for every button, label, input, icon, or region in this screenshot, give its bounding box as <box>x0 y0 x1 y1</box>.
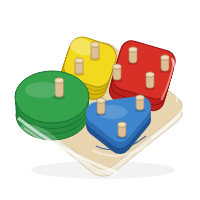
toy-product-photo: Overhead product photo of a wooden Monte… <box>0 0 200 200</box>
green-shine <box>25 82 59 98</box>
wooden-peg <box>112 64 122 82</box>
wooden-peg <box>135 95 145 112</box>
wooden-peg <box>74 58 85 76</box>
wooden-peg <box>128 47 138 65</box>
peg-head <box>161 55 169 60</box>
wooden-peg <box>53 78 65 100</box>
peg-head <box>113 64 121 69</box>
wooden-peg <box>90 42 101 61</box>
peg-head <box>129 47 137 52</box>
peg-head <box>97 98 105 103</box>
shape-sorter-scene: Overhead product photo of a wooden Monte… <box>0 0 200 200</box>
wooden-peg <box>145 72 155 90</box>
wooden-peg <box>96 98 106 116</box>
peg-head <box>118 122 126 127</box>
peg-head <box>146 72 154 77</box>
peg-head <box>55 78 64 83</box>
green-circle-top <box>15 71 89 123</box>
peg-head <box>91 42 99 47</box>
peg-head <box>136 95 144 100</box>
wooden-peg <box>160 55 170 73</box>
peg-head <box>75 58 83 63</box>
wooden-peg <box>117 122 127 139</box>
